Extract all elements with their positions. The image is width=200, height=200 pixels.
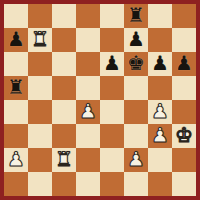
square-b4[interactable] — [28, 100, 52, 124]
square-g3[interactable]: ♟ — [148, 124, 172, 148]
square-a4[interactable] — [4, 100, 28, 124]
square-f6[interactable]: ♚ — [124, 52, 148, 76]
square-e3[interactable] — [100, 124, 124, 148]
square-d3[interactable] — [76, 124, 100, 148]
white-pawn-d4[interactable]: ♟ — [79, 100, 97, 123]
black-rook-a5[interactable]: ♜ — [7, 76, 25, 99]
square-b8[interactable] — [28, 4, 52, 28]
square-g7[interactable] — [148, 28, 172, 52]
black-pawn-g6[interactable]: ♟ — [151, 52, 169, 75]
black-pawn-a7[interactable]: ♟ — [7, 28, 25, 51]
square-a6[interactable] — [4, 52, 28, 76]
square-h2[interactable] — [172, 148, 196, 172]
square-h6[interactable]: ♟ — [172, 52, 196, 76]
square-a5[interactable]: ♜ — [4, 76, 28, 100]
square-e2[interactable] — [100, 148, 124, 172]
white-king-h3[interactable]: ♚ — [175, 124, 193, 147]
square-b6[interactable] — [28, 52, 52, 76]
square-c4[interactable] — [52, 100, 76, 124]
chess-board: ♜♟♜♟♟♚♟♟♜♟♟♟♚♟♜♟ — [4, 4, 196, 196]
square-h7[interactable] — [172, 28, 196, 52]
black-king-f6[interactable]: ♚ — [127, 52, 145, 75]
square-g8[interactable] — [148, 4, 172, 28]
square-g1[interactable] — [148, 172, 172, 196]
square-d6[interactable] — [76, 52, 100, 76]
black-pawn-h6[interactable]: ♟ — [175, 52, 193, 75]
black-pawn-e6[interactable]: ♟ — [103, 52, 121, 75]
square-c5[interactable] — [52, 76, 76, 100]
square-g2[interactable] — [148, 148, 172, 172]
square-f8[interactable]: ♜ — [124, 4, 148, 28]
white-pawn-g3[interactable]: ♟ — [151, 124, 169, 147]
white-pawn-f2[interactable]: ♟ — [127, 148, 145, 171]
square-h4[interactable] — [172, 100, 196, 124]
square-d2[interactable] — [76, 148, 100, 172]
white-rook-b7[interactable]: ♜ — [31, 28, 49, 51]
square-e4[interactable] — [100, 100, 124, 124]
square-e8[interactable] — [100, 4, 124, 28]
square-h3[interactable]: ♚ — [172, 124, 196, 148]
square-f3[interactable] — [124, 124, 148, 148]
square-e6[interactable]: ♟ — [100, 52, 124, 76]
chess-diagram: ♜♟♜♟♟♚♟♟♜♟♟♟♚♟♜♟ — [0, 0, 200, 200]
square-g5[interactable] — [148, 76, 172, 100]
square-e1[interactable] — [100, 172, 124, 196]
white-pawn-g4[interactable]: ♟ — [151, 100, 169, 123]
square-h8[interactable] — [172, 4, 196, 28]
square-g6[interactable]: ♟ — [148, 52, 172, 76]
square-a3[interactable] — [4, 124, 28, 148]
square-f7[interactable]: ♟ — [124, 28, 148, 52]
square-g4[interactable]: ♟ — [148, 100, 172, 124]
square-h1[interactable] — [172, 172, 196, 196]
square-b7[interactable]: ♜ — [28, 28, 52, 52]
black-rook-f8[interactable]: ♜ — [127, 4, 145, 27]
square-c8[interactable] — [52, 4, 76, 28]
square-b5[interactable] — [28, 76, 52, 100]
square-c7[interactable] — [52, 28, 76, 52]
square-f1[interactable] — [124, 172, 148, 196]
square-d8[interactable] — [76, 4, 100, 28]
square-b1[interactable] — [28, 172, 52, 196]
square-c1[interactable] — [52, 172, 76, 196]
black-pawn-f7[interactable]: ♟ — [127, 28, 145, 51]
square-c2[interactable]: ♜ — [52, 148, 76, 172]
white-pawn-a2[interactable]: ♟ — [7, 148, 25, 171]
square-c3[interactable] — [52, 124, 76, 148]
square-h5[interactable] — [172, 76, 196, 100]
square-f5[interactable] — [124, 76, 148, 100]
square-d7[interactable] — [76, 28, 100, 52]
square-a2[interactable]: ♟ — [4, 148, 28, 172]
white-rook-c2[interactable]: ♜ — [55, 148, 73, 171]
square-a7[interactable]: ♟ — [4, 28, 28, 52]
square-e5[interactable] — [100, 76, 124, 100]
square-d5[interactable] — [76, 76, 100, 100]
square-e7[interactable] — [100, 28, 124, 52]
square-b2[interactable] — [28, 148, 52, 172]
square-d1[interactable] — [76, 172, 100, 196]
square-f2[interactable]: ♟ — [124, 148, 148, 172]
square-c6[interactable] — [52, 52, 76, 76]
square-a1[interactable] — [4, 172, 28, 196]
square-b3[interactable] — [28, 124, 52, 148]
square-d4[interactable]: ♟ — [76, 100, 100, 124]
square-a8[interactable] — [4, 4, 28, 28]
square-f4[interactable] — [124, 100, 148, 124]
